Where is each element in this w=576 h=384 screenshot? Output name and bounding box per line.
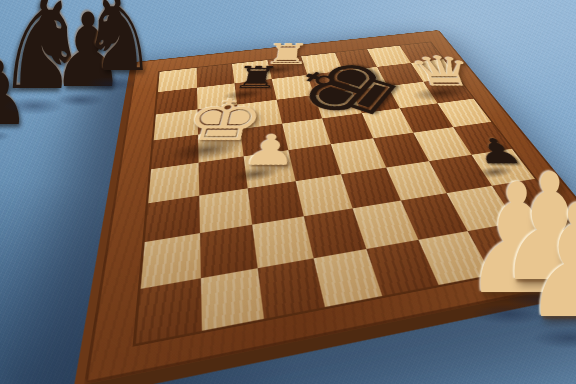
- square-d3: [295, 174, 353, 216]
- square-e2: [353, 201, 418, 249]
- captured-white-pawn-3: ♟: [522, 184, 576, 340]
- square-b1: [200, 268, 264, 331]
- square-c2: [252, 216, 313, 267]
- square-e1: [366, 239, 438, 296]
- square-e3: [341, 167, 400, 208]
- captured-black-knight-4: ♞: [82, 0, 157, 86]
- photo: { "game": "chess", "scene": { "descripti…: [0, 0, 576, 384]
- square-a4: [148, 163, 198, 203]
- square-b3: [199, 188, 253, 233]
- square-c3: [248, 181, 304, 225]
- white-queen-h6: ♛: [405, 51, 484, 92]
- square-b2: [199, 225, 257, 278]
- square-b4: [198, 156, 248, 195]
- square-a2: [141, 233, 201, 288]
- square-d2: [303, 208, 366, 258]
- square-a3: [145, 195, 200, 242]
- square-f3: [386, 161, 447, 201]
- square-a1: [136, 278, 201, 344]
- square-f2: [400, 193, 467, 239]
- square-c1: [258, 258, 325, 319]
- square-d1: [313, 248, 382, 307]
